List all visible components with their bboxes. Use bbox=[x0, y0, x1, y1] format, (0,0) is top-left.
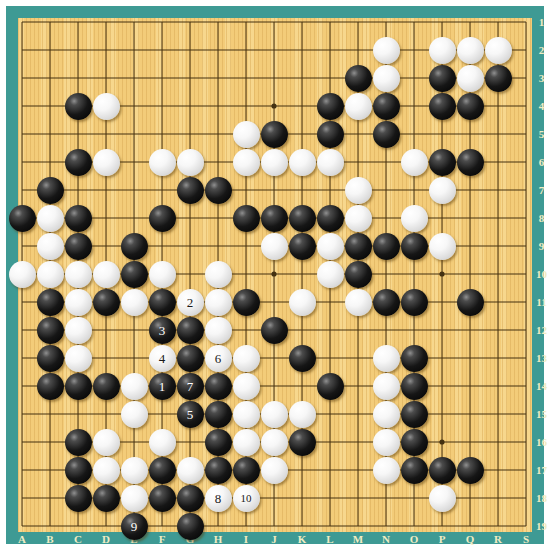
move-number-label: 9 bbox=[121, 513, 148, 540]
stone-black[interactable] bbox=[429, 65, 456, 92]
stone-white[interactable] bbox=[373, 373, 400, 400]
stone-white[interactable] bbox=[345, 177, 372, 204]
stone-white[interactable] bbox=[93, 93, 120, 120]
column-label: M bbox=[344, 533, 372, 546]
stone-black[interactable] bbox=[37, 177, 64, 204]
stone-white[interactable]: 10 bbox=[233, 485, 260, 512]
stone-black[interactable] bbox=[121, 261, 148, 288]
stone-black[interactable] bbox=[37, 289, 64, 316]
stone-black[interactable] bbox=[345, 261, 372, 288]
column-label: L bbox=[316, 533, 344, 546]
stone-white[interactable] bbox=[93, 457, 120, 484]
stone-black[interactable] bbox=[289, 205, 316, 232]
stone-black[interactable] bbox=[177, 177, 204, 204]
stone-black[interactable] bbox=[149, 457, 176, 484]
stone-white[interactable] bbox=[401, 205, 428, 232]
stone-black[interactable] bbox=[317, 93, 344, 120]
stone-white[interactable] bbox=[457, 65, 484, 92]
stone-black[interactable] bbox=[401, 289, 428, 316]
column-label: I bbox=[232, 533, 260, 546]
stone-white[interactable] bbox=[429, 37, 456, 64]
stone-black[interactable] bbox=[289, 429, 316, 456]
stone-black[interactable] bbox=[401, 429, 428, 456]
stone-black[interactable] bbox=[401, 345, 428, 372]
stone-white[interactable] bbox=[289, 401, 316, 428]
row-label: 10 bbox=[533, 268, 550, 281]
row-label: 11 bbox=[533, 296, 550, 309]
stone-white[interactable] bbox=[373, 429, 400, 456]
stone-white[interactable] bbox=[233, 345, 260, 372]
hoshi-point bbox=[439, 271, 444, 276]
row-label: 18 bbox=[533, 492, 550, 505]
stone-black[interactable] bbox=[401, 233, 428, 260]
stone-black[interactable] bbox=[373, 93, 400, 120]
hoshi-point bbox=[271, 271, 276, 276]
row-label: 13 bbox=[533, 352, 550, 365]
row-label: 1 bbox=[533, 16, 550, 29]
stone-black[interactable] bbox=[401, 457, 428, 484]
stone-black[interactable] bbox=[233, 205, 260, 232]
stone-black[interactable] bbox=[65, 429, 92, 456]
row-label: 2 bbox=[533, 44, 550, 57]
stone-black[interactable] bbox=[205, 401, 232, 428]
stone-white[interactable] bbox=[345, 289, 372, 316]
stone-white[interactable] bbox=[345, 93, 372, 120]
stone-white[interactable] bbox=[429, 485, 456, 512]
stone-black[interactable] bbox=[205, 429, 232, 456]
row-label: 5 bbox=[533, 128, 550, 141]
move-number-label: 3 bbox=[149, 317, 176, 344]
stone-white[interactable] bbox=[373, 37, 400, 64]
stone-black[interactable] bbox=[65, 457, 92, 484]
stone-white[interactable] bbox=[373, 457, 400, 484]
stone-black[interactable] bbox=[149, 485, 176, 512]
column-label: J bbox=[260, 533, 288, 546]
move-number-label: 2 bbox=[177, 289, 204, 316]
stone-black[interactable] bbox=[205, 177, 232, 204]
stone-black[interactable] bbox=[429, 149, 456, 176]
stone-black[interactable] bbox=[373, 121, 400, 148]
stone-black[interactable] bbox=[457, 93, 484, 120]
stone-white[interactable] bbox=[261, 401, 288, 428]
stone-black[interactable] bbox=[233, 457, 260, 484]
column-label: A bbox=[8, 533, 36, 546]
stone-white[interactable] bbox=[345, 205, 372, 232]
stone-black[interactable] bbox=[289, 233, 316, 260]
stone-white[interactable] bbox=[37, 261, 64, 288]
stone-black[interactable] bbox=[289, 345, 316, 372]
stone-black[interactable] bbox=[37, 345, 64, 372]
stone-black[interactable] bbox=[37, 373, 64, 400]
stone-black[interactable] bbox=[233, 289, 260, 316]
stone-white[interactable]: 8 bbox=[205, 485, 232, 512]
column-label: F bbox=[148, 533, 176, 546]
hoshi-point bbox=[439, 439, 444, 444]
stone-black[interactable] bbox=[177, 485, 204, 512]
stone-black[interactable] bbox=[121, 233, 148, 260]
stone-white[interactable] bbox=[233, 429, 260, 456]
move-number-label: 10 bbox=[233, 485, 260, 512]
stone-white[interactable] bbox=[317, 233, 344, 260]
stone-white[interactable] bbox=[429, 177, 456, 204]
stone-white[interactable] bbox=[177, 149, 204, 176]
move-number-label: 6 bbox=[205, 345, 232, 372]
stone-white[interactable] bbox=[177, 457, 204, 484]
stone-black[interactable] bbox=[429, 457, 456, 484]
column-label: D bbox=[92, 533, 120, 546]
stone-black[interactable] bbox=[457, 289, 484, 316]
stone-black[interactable] bbox=[65, 233, 92, 260]
stone-white[interactable] bbox=[65, 317, 92, 344]
stone-white[interactable] bbox=[9, 261, 36, 288]
stone-white[interactable]: 2 bbox=[177, 289, 204, 316]
move-number-label: 7 bbox=[177, 373, 204, 400]
stone-white[interactable] bbox=[65, 345, 92, 372]
stone-white[interactable] bbox=[93, 429, 120, 456]
row-label: 16 bbox=[533, 436, 550, 449]
stone-white[interactable]: 4 bbox=[149, 345, 176, 372]
row-label: 9 bbox=[533, 240, 550, 253]
move-number-label: 4 bbox=[149, 345, 176, 372]
stone-white[interactable] bbox=[205, 261, 232, 288]
stone-black[interactable] bbox=[345, 65, 372, 92]
stone-black[interactable] bbox=[373, 233, 400, 260]
column-label: H bbox=[204, 533, 232, 546]
stone-white[interactable] bbox=[149, 149, 176, 176]
row-label: 15 bbox=[533, 408, 550, 421]
stone-black[interactable] bbox=[149, 289, 176, 316]
stone-white[interactable] bbox=[261, 457, 288, 484]
column-label: B bbox=[36, 533, 64, 546]
stone-black[interactable]: 7 bbox=[177, 373, 204, 400]
stone-white[interactable] bbox=[317, 149, 344, 176]
stone-white[interactable] bbox=[37, 205, 64, 232]
stone-black[interactable] bbox=[205, 457, 232, 484]
stone-black[interactable]: 5 bbox=[177, 401, 204, 428]
stone-black[interactable] bbox=[457, 457, 484, 484]
stone-white[interactable] bbox=[233, 401, 260, 428]
stone-black[interactable] bbox=[317, 205, 344, 232]
stone-black[interactable]: 9 bbox=[121, 513, 148, 540]
stone-black[interactable] bbox=[345, 233, 372, 260]
stone-white[interactable] bbox=[261, 429, 288, 456]
stone-black[interactable] bbox=[429, 93, 456, 120]
row-label: 4 bbox=[533, 100, 550, 113]
stone-white[interactable] bbox=[121, 457, 148, 484]
row-label: 12 bbox=[533, 324, 550, 337]
stone-white[interactable] bbox=[93, 149, 120, 176]
row-label: 8 bbox=[533, 212, 550, 225]
stone-white[interactable] bbox=[233, 121, 260, 148]
stone-black[interactable] bbox=[205, 373, 232, 400]
stone-white[interactable] bbox=[205, 289, 232, 316]
stone-black[interactable] bbox=[317, 121, 344, 148]
stone-white[interactable] bbox=[149, 261, 176, 288]
stone-white[interactable] bbox=[373, 65, 400, 92]
stone-white[interactable] bbox=[373, 345, 400, 372]
row-label: 17 bbox=[533, 464, 550, 477]
column-label: R bbox=[484, 533, 512, 546]
stone-white[interactable] bbox=[205, 317, 232, 344]
stone-black[interactable] bbox=[65, 373, 92, 400]
stone-black[interactable] bbox=[93, 485, 120, 512]
column-label: K bbox=[288, 533, 316, 546]
stone-black[interactable] bbox=[177, 317, 204, 344]
stone-black[interactable] bbox=[149, 205, 176, 232]
stone-black[interactable] bbox=[261, 205, 288, 232]
stone-white[interactable] bbox=[317, 261, 344, 288]
stone-black[interactable] bbox=[317, 373, 344, 400]
stone-black[interactable] bbox=[457, 149, 484, 176]
stone-black[interactable] bbox=[65, 485, 92, 512]
column-label: N bbox=[372, 533, 400, 546]
stone-black[interactable] bbox=[373, 289, 400, 316]
move-number-label: 5 bbox=[177, 401, 204, 428]
stone-white[interactable] bbox=[121, 485, 148, 512]
stone-black[interactable]: 3 bbox=[149, 317, 176, 344]
column-label: S bbox=[512, 533, 540, 546]
stone-white[interactable] bbox=[93, 261, 120, 288]
stone-black[interactable] bbox=[177, 513, 204, 540]
stone-white[interactable] bbox=[429, 233, 456, 260]
stone-white[interactable] bbox=[485, 37, 512, 64]
stone-black[interactable] bbox=[65, 205, 92, 232]
stone-white[interactable] bbox=[37, 233, 64, 260]
stone-white[interactable] bbox=[149, 429, 176, 456]
stone-black[interactable]: 1 bbox=[149, 373, 176, 400]
stone-black[interactable] bbox=[65, 93, 92, 120]
stone-black[interactable] bbox=[65, 149, 92, 176]
stone-black[interactable] bbox=[261, 121, 288, 148]
stone-black[interactable] bbox=[401, 401, 428, 428]
column-label: Q bbox=[456, 533, 484, 546]
stone-black[interactable] bbox=[93, 373, 120, 400]
stone-white[interactable] bbox=[373, 401, 400, 428]
stone-white[interactable] bbox=[457, 37, 484, 64]
move-number-label: 8 bbox=[205, 485, 232, 512]
column-label: O bbox=[400, 533, 428, 546]
stone-white[interactable] bbox=[121, 289, 148, 316]
stone-white[interactable] bbox=[65, 289, 92, 316]
stone-black[interactable] bbox=[485, 65, 512, 92]
stone-white[interactable] bbox=[401, 149, 428, 176]
row-label: 14 bbox=[533, 380, 550, 393]
column-label: C bbox=[64, 533, 92, 546]
stone-white[interactable] bbox=[289, 289, 316, 316]
row-label: 3 bbox=[533, 72, 550, 85]
stone-black[interactable] bbox=[37, 317, 64, 344]
row-label: 6 bbox=[533, 156, 550, 169]
stone-white[interactable] bbox=[121, 373, 148, 400]
stone-white[interactable] bbox=[233, 373, 260, 400]
stone-black[interactable] bbox=[9, 205, 36, 232]
stone-white[interactable] bbox=[65, 261, 92, 288]
stone-white[interactable] bbox=[289, 149, 316, 176]
stone-black[interactable] bbox=[177, 345, 204, 372]
move-number-label: 1 bbox=[149, 373, 176, 400]
hoshi-point bbox=[271, 103, 276, 108]
go-game-screenshot: ABCDEFGHIJKLMNOPQRS123456789101112131415… bbox=[0, 0, 550, 550]
stone-white[interactable] bbox=[121, 401, 148, 428]
stone-black[interactable] bbox=[93, 289, 120, 316]
stone-black[interactable] bbox=[401, 373, 428, 400]
column-label: P bbox=[428, 533, 456, 546]
stone-white[interactable] bbox=[233, 149, 260, 176]
row-label: 7 bbox=[533, 184, 550, 197]
stone-white[interactable]: 6 bbox=[205, 345, 232, 372]
stone-white[interactable] bbox=[261, 233, 288, 260]
stone-white[interactable] bbox=[261, 149, 288, 176]
row-label: 19 bbox=[533, 520, 550, 533]
stone-black[interactable] bbox=[261, 317, 288, 344]
